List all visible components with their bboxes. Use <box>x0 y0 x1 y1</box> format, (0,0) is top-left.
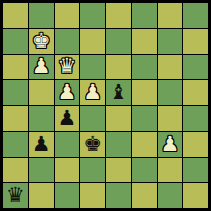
square-g8[interactable] <box>158 3 183 28</box>
square-h2[interactable] <box>183 158 208 183</box>
square-b6[interactable]: ♟ <box>29 55 54 80</box>
square-g3[interactable]: ♟ <box>158 132 183 157</box>
square-e7[interactable] <box>106 29 131 54</box>
square-e1[interactable] <box>106 183 131 208</box>
square-h8[interactable] <box>183 3 208 28</box>
square-e4[interactable] <box>106 106 131 131</box>
square-b4[interactable] <box>29 106 54 131</box>
square-a4[interactable] <box>3 106 28 131</box>
square-h5[interactable] <box>183 80 208 105</box>
square-d7[interactable] <box>80 29 105 54</box>
square-f6[interactable] <box>132 55 157 80</box>
square-c3[interactable] <box>55 132 80 157</box>
square-b8[interactable] <box>29 3 54 28</box>
square-a6[interactable] <box>3 55 28 80</box>
square-h3[interactable] <box>183 132 208 157</box>
square-e5[interactable]: ♝ <box>106 80 131 105</box>
piece-black-bishop[interactable]: ♝ <box>109 82 128 103</box>
square-c2[interactable] <box>55 158 80 183</box>
square-e6[interactable] <box>106 55 131 80</box>
square-f4[interactable] <box>132 106 157 131</box>
piece-black-pawn[interactable]: ♟ <box>32 134 51 155</box>
square-h1[interactable] <box>183 183 208 208</box>
square-f3[interactable] <box>132 132 157 157</box>
square-b5[interactable] <box>29 80 54 105</box>
square-a2[interactable] <box>3 158 28 183</box>
square-d8[interactable] <box>80 3 105 28</box>
square-g6[interactable] <box>158 55 183 80</box>
square-h7[interactable] <box>183 29 208 54</box>
square-f8[interactable] <box>132 3 157 28</box>
square-b7[interactable]: ♚ <box>29 29 54 54</box>
square-a3[interactable] <box>3 132 28 157</box>
square-c7[interactable] <box>55 29 80 54</box>
square-f5[interactable] <box>132 80 157 105</box>
square-a5[interactable] <box>3 80 28 105</box>
square-a7[interactable] <box>3 29 28 54</box>
square-d5[interactable]: ♟ <box>80 80 105 105</box>
square-a8[interactable] <box>3 3 28 28</box>
piece-white-queen[interactable]: ♛ <box>57 56 76 77</box>
square-d6[interactable] <box>80 55 105 80</box>
square-d4[interactable] <box>80 106 105 131</box>
square-e8[interactable] <box>106 3 131 28</box>
square-c8[interactable] <box>55 3 80 28</box>
square-g4[interactable] <box>158 106 183 131</box>
piece-black-king[interactable]: ♚ <box>83 134 102 155</box>
piece-black-queen[interactable]: ♛ <box>6 185 25 206</box>
square-g5[interactable] <box>158 80 183 105</box>
piece-black-pawn[interactable]: ♟ <box>57 108 76 129</box>
square-b3[interactable]: ♟ <box>29 132 54 157</box>
square-c6[interactable]: ♛ <box>55 55 80 80</box>
square-d3[interactable]: ♚ <box>80 132 105 157</box>
square-g2[interactable] <box>158 158 183 183</box>
square-b2[interactable] <box>29 158 54 183</box>
square-d2[interactable] <box>80 158 105 183</box>
square-a1[interactable]: ♛ <box>3 183 28 208</box>
square-e3[interactable] <box>106 132 131 157</box>
square-c5[interactable]: ♟ <box>55 80 80 105</box>
square-e2[interactable] <box>106 158 131 183</box>
square-f7[interactable] <box>132 29 157 54</box>
square-h6[interactable] <box>183 55 208 80</box>
square-b1[interactable] <box>29 183 54 208</box>
square-f2[interactable] <box>132 158 157 183</box>
square-f1[interactable] <box>132 183 157 208</box>
piece-white-king[interactable]: ♚ <box>32 31 51 52</box>
piece-white-pawn[interactable]: ♟ <box>57 82 76 103</box>
piece-white-pawn[interactable]: ♟ <box>160 134 179 155</box>
square-c1[interactable] <box>55 183 80 208</box>
square-g7[interactable] <box>158 29 183 54</box>
piece-white-pawn[interactable]: ♟ <box>83 82 102 103</box>
square-c4[interactable]: ♟ <box>55 106 80 131</box>
piece-white-pawn[interactable]: ♟ <box>32 56 51 77</box>
square-g1[interactable] <box>158 183 183 208</box>
square-d1[interactable] <box>80 183 105 208</box>
square-h4[interactable] <box>183 106 208 131</box>
chess-board: ♚♟♛♟♟♝♟♟♚♟♛ <box>0 0 211 211</box>
